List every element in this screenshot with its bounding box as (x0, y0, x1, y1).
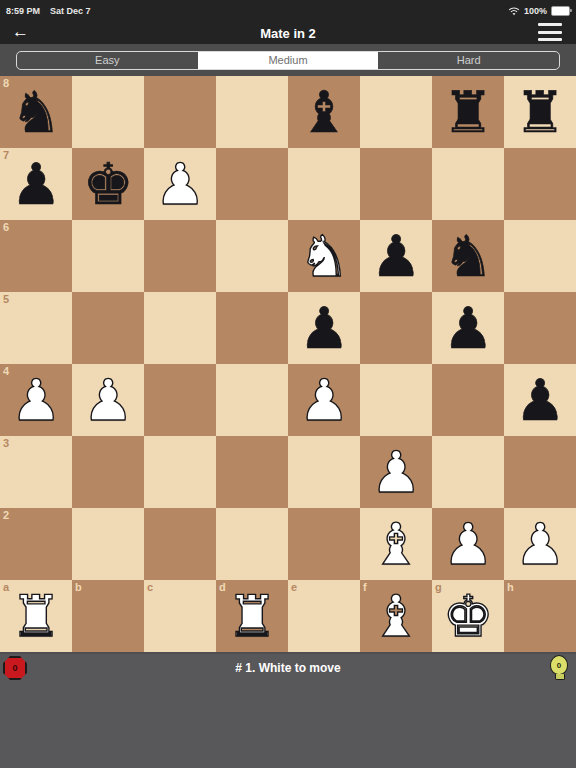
piece-white-pawn[interactable]: ♟ (144, 148, 216, 220)
square-f5[interactable] (360, 292, 432, 364)
square-h8[interactable]: ♜ (504, 76, 576, 148)
hint-lightbulb-icon[interactable]: 0 (550, 655, 570, 685)
piece-black-knight[interactable]: ♞ (432, 220, 504, 292)
square-h4[interactable]: ♟ (504, 364, 576, 436)
square-g4[interactable] (432, 364, 504, 436)
page-title: Mate in 2 (0, 26, 576, 41)
status-time: 8:59 PM (6, 6, 40, 16)
coord-label-6: 6 (3, 221, 9, 233)
square-b7[interactable]: ♚ (72, 148, 144, 220)
square-b2[interactable] (72, 508, 144, 580)
piece-black-bishop[interactable]: ♝ (288, 76, 360, 148)
square-d2[interactable] (216, 508, 288, 580)
square-c2[interactable] (144, 508, 216, 580)
square-e6[interactable]: ♞ (288, 220, 360, 292)
square-f8[interactable] (360, 76, 432, 148)
square-g3[interactable] (432, 436, 504, 508)
square-e4[interactable]: ♟ (288, 364, 360, 436)
square-b6[interactable] (72, 220, 144, 292)
piece-white-bishop[interactable]: ♝ (360, 508, 432, 580)
square-d5[interactable] (216, 292, 288, 364)
square-c1[interactable]: c (144, 580, 216, 652)
square-e3[interactable] (288, 436, 360, 508)
square-c8[interactable] (144, 76, 216, 148)
square-d4[interactable] (216, 364, 288, 436)
square-a1[interactable]: a♜ (0, 580, 72, 652)
wifi-icon (508, 7, 520, 16)
piece-black-pawn[interactable]: ♟ (360, 220, 432, 292)
battery-icon (551, 6, 570, 16)
tab-easy[interactable]: Easy (17, 52, 198, 69)
square-g1[interactable]: g♚ (432, 580, 504, 652)
square-g8[interactable]: ♜ (432, 76, 504, 148)
square-d1[interactable]: d♜ (216, 580, 288, 652)
square-c6[interactable] (144, 220, 216, 292)
status-right: 100% (508, 6, 570, 16)
piece-black-pawn[interactable]: ♟ (0, 148, 72, 220)
square-g6[interactable]: ♞ (432, 220, 504, 292)
piece-white-king[interactable]: ♚ (432, 580, 504, 652)
square-e7[interactable] (288, 148, 360, 220)
square-d8[interactable] (216, 76, 288, 148)
square-f4[interactable] (360, 364, 432, 436)
hints-count: 0 (557, 661, 561, 670)
piece-white-rook[interactable]: ♜ (0, 580, 72, 652)
square-b4[interactable]: ♟ (72, 364, 144, 436)
square-f6[interactable]: ♟ (360, 220, 432, 292)
square-d6[interactable] (216, 220, 288, 292)
piece-white-pawn[interactable]: ♟ (432, 508, 504, 580)
square-e2[interactable] (288, 508, 360, 580)
square-f1[interactable]: f♝ (360, 580, 432, 652)
square-g2[interactable]: ♟ (432, 508, 504, 580)
piece-black-knight[interactable]: ♞ (0, 76, 72, 148)
piece-white-rook[interactable]: ♜ (216, 580, 288, 652)
square-f7[interactable] (360, 148, 432, 220)
square-h1[interactable]: h (504, 580, 576, 652)
square-h3[interactable] (504, 436, 576, 508)
coord-label-h: h (507, 581, 514, 593)
piece-white-pawn[interactable]: ♟ (504, 508, 576, 580)
square-h7[interactable] (504, 148, 576, 220)
top-bar: 8:59 PM Sat Dec 7 100% ← Mate in 2 (0, 0, 576, 44)
square-b8[interactable] (72, 76, 144, 148)
square-a3[interactable]: 3 (0, 436, 72, 508)
coord-label-b: b (75, 581, 82, 593)
coord-label-5: 5 (3, 293, 9, 305)
square-g5[interactable]: ♟ (432, 292, 504, 364)
square-a4[interactable]: 4♟ (0, 364, 72, 436)
status-bar: 8:59 PM Sat Dec 7 100% (0, 0, 576, 20)
square-e1[interactable]: e (288, 580, 360, 652)
square-h6[interactable] (504, 220, 576, 292)
coord-label-e: e (291, 581, 297, 593)
square-h2[interactable]: ♟ (504, 508, 576, 580)
difficulty-segmented-control: EasyMediumHard (16, 51, 560, 70)
piece-black-rook[interactable]: ♜ (504, 76, 576, 148)
square-a2[interactable]: 2 (0, 508, 72, 580)
square-a8[interactable]: 8♞ (0, 76, 72, 148)
piece-white-pawn[interactable]: ♟ (360, 436, 432, 508)
bottom-bar: 0 # 1. White to move 0 (0, 652, 576, 768)
piece-black-pawn[interactable]: ♟ (504, 364, 576, 436)
coord-label-3: 3 (3, 437, 9, 449)
square-g7[interactable] (432, 148, 504, 220)
square-b5[interactable] (72, 292, 144, 364)
square-e5[interactable]: ♟ (288, 292, 360, 364)
square-d3[interactable] (216, 436, 288, 508)
square-a6[interactable]: 6 (0, 220, 72, 292)
square-a7[interactable]: 7♟ (0, 148, 72, 220)
difficulty-bar: EasyMediumHard (0, 44, 576, 76)
piece-white-bishop[interactable]: ♝ (360, 580, 432, 652)
square-f3[interactable]: ♟ (360, 436, 432, 508)
square-d7[interactable] (216, 148, 288, 220)
piece-white-pawn[interactable]: ♟ (72, 364, 144, 436)
square-c4[interactable] (144, 364, 216, 436)
tab-hard[interactable]: Hard (378, 52, 559, 69)
square-h5[interactable] (504, 292, 576, 364)
tab-medium[interactable]: Medium (198, 52, 379, 69)
piece-white-knight[interactable]: ♞ (288, 220, 360, 292)
nav-bar: ← Mate in 2 (0, 20, 576, 46)
piece-black-king[interactable]: ♚ (72, 148, 144, 220)
square-c7[interactable]: ♟ (144, 148, 216, 220)
square-b3[interactable] (72, 436, 144, 508)
piece-white-pawn[interactable]: ♟ (288, 364, 360, 436)
status-date: Sat Dec 7 (50, 6, 91, 16)
coord-label-2: 2 (3, 509, 9, 521)
chess-board: 8♞♝♜♜7♟♚♟6♞♟♞5♟♟4♟♟♟♟3♟2♝♟♟a♜bcd♜ef♝g♚h (0, 76, 576, 652)
square-c3[interactable] (144, 436, 216, 508)
piece-black-pawn[interactable]: ♟ (432, 292, 504, 364)
piece-white-pawn[interactable]: ♟ (0, 364, 72, 436)
back-arrow-icon[interactable]: ← (12, 20, 29, 44)
square-a5[interactable]: 5 (0, 292, 72, 364)
square-c5[interactable] (144, 292, 216, 364)
square-e8[interactable]: ♝ (288, 76, 360, 148)
status-left: 8:59 PM Sat Dec 7 (6, 6, 91, 16)
piece-black-rook[interactable]: ♜ (432, 76, 504, 148)
square-f2[interactable]: ♝ (360, 508, 432, 580)
square-b1[interactable]: b (72, 580, 144, 652)
battery-percent: 100% (524, 6, 547, 16)
piece-black-pawn[interactable]: ♟ (288, 292, 360, 364)
coord-label-c: c (147, 581, 153, 593)
hamburger-menu-icon[interactable] (538, 23, 562, 41)
move-status-text: # 1. White to move (0, 661, 576, 675)
